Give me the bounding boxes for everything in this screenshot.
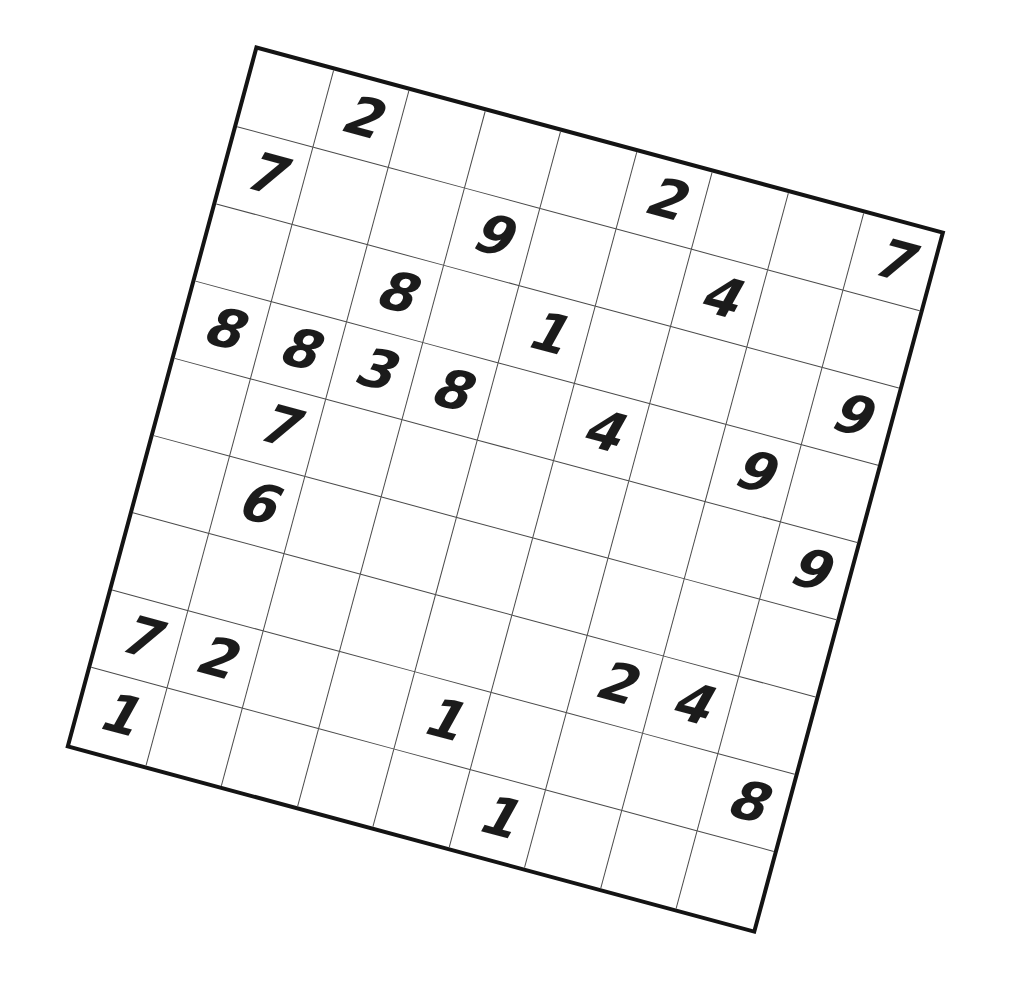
page-canvas: 22779481988384979624721811 bbox=[0, 0, 1013, 985]
given-digit: 2 bbox=[190, 626, 240, 688]
given-digit: 9 bbox=[784, 538, 834, 600]
given-digit: 4 bbox=[577, 399, 627, 461]
given-digit: 7 bbox=[239, 142, 289, 204]
given-digit: 9 bbox=[467, 204, 517, 266]
given-digit: 2 bbox=[590, 651, 640, 713]
given-digit: 8 bbox=[274, 317, 324, 379]
given-digit: 8 bbox=[722, 770, 772, 832]
given-digit: 2 bbox=[640, 168, 690, 230]
given-digit: 1 bbox=[522, 302, 572, 364]
given-digit: 3 bbox=[349, 338, 399, 400]
given-digit: 4 bbox=[695, 265, 745, 327]
sudoku-board: 22779481988384979624721811 bbox=[65, 45, 945, 934]
given-digit: 1 bbox=[473, 786, 523, 848]
given-digit: 8 bbox=[370, 261, 420, 323]
given-digit: 9 bbox=[729, 440, 779, 502]
given-digit: 8 bbox=[425, 358, 475, 420]
given-digit: 7 bbox=[868, 229, 918, 291]
given-digit: 4 bbox=[666, 672, 716, 734]
given-digit: 9 bbox=[826, 384, 876, 446]
given-digit: 7 bbox=[114, 606, 164, 668]
given-digit: 6 bbox=[232, 472, 282, 534]
given-digit: 1 bbox=[418, 688, 468, 750]
given-digit: 1 bbox=[93, 684, 143, 746]
given-digit: 8 bbox=[198, 297, 248, 359]
given-digit: 2 bbox=[336, 86, 386, 148]
given-digit: 7 bbox=[253, 395, 303, 457]
